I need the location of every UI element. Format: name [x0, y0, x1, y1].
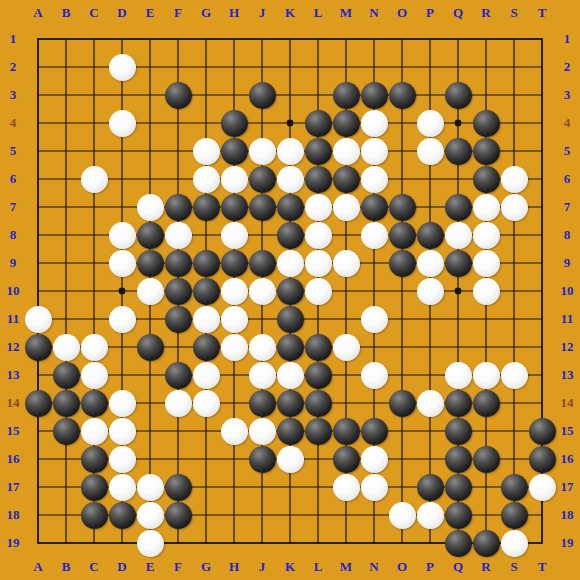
- intersection-L9[interactable]: [304, 249, 332, 277]
- intersection-B6[interactable]: [52, 165, 80, 193]
- intersection-C6[interactable]: [80, 165, 108, 193]
- intersection-N17[interactable]: [360, 473, 388, 501]
- intersection-T4[interactable]: [528, 109, 556, 137]
- intersection-Q2[interactable]: [444, 53, 472, 81]
- intersection-F1[interactable]: [164, 25, 192, 53]
- intersection-G12[interactable]: [192, 333, 220, 361]
- intersection-Q1[interactable]: [444, 25, 472, 53]
- intersection-B3[interactable]: [52, 81, 80, 109]
- intersection-R17[interactable]: [472, 473, 500, 501]
- intersection-H14[interactable]: [220, 389, 248, 417]
- intersection-Q11[interactable]: [444, 305, 472, 333]
- intersection-E12[interactable]: [136, 333, 164, 361]
- intersection-N19[interactable]: [360, 529, 388, 557]
- intersection-A13[interactable]: [24, 361, 52, 389]
- intersection-F13[interactable]: [164, 361, 192, 389]
- intersection-P11[interactable]: [416, 305, 444, 333]
- intersection-D11[interactable]: [108, 305, 136, 333]
- intersection-L19[interactable]: [304, 529, 332, 557]
- intersection-C14[interactable]: [80, 389, 108, 417]
- intersection-H1[interactable]: [220, 25, 248, 53]
- intersection-F10[interactable]: [164, 277, 192, 305]
- intersection-S16[interactable]: [500, 445, 528, 473]
- intersection-K12[interactable]: [276, 333, 304, 361]
- intersection-T13[interactable]: [528, 361, 556, 389]
- intersection-O16[interactable]: [388, 445, 416, 473]
- intersection-E16[interactable]: [136, 445, 164, 473]
- intersection-P5[interactable]: [416, 137, 444, 165]
- intersection-F6[interactable]: [164, 165, 192, 193]
- intersection-S15[interactable]: [500, 417, 528, 445]
- intersection-P12[interactable]: [416, 333, 444, 361]
- intersection-C1[interactable]: [80, 25, 108, 53]
- intersection-A15[interactable]: [24, 417, 52, 445]
- intersection-A4[interactable]: [24, 109, 52, 137]
- intersection-J9[interactable]: [248, 249, 276, 277]
- intersection-T6[interactable]: [528, 165, 556, 193]
- intersection-O18[interactable]: [388, 501, 416, 529]
- intersection-R5[interactable]: [472, 137, 500, 165]
- intersection-H8[interactable]: [220, 221, 248, 249]
- intersection-P1[interactable]: [416, 25, 444, 53]
- intersection-F2[interactable]: [164, 53, 192, 81]
- intersection-J17[interactable]: [248, 473, 276, 501]
- intersection-A5[interactable]: [24, 137, 52, 165]
- intersection-R6[interactable]: [472, 165, 500, 193]
- intersection-B9[interactable]: [52, 249, 80, 277]
- intersection-D16[interactable]: [108, 445, 136, 473]
- intersection-E5[interactable]: [136, 137, 164, 165]
- intersection-T19[interactable]: [528, 529, 556, 557]
- intersection-J1[interactable]: [248, 25, 276, 53]
- intersection-D15[interactable]: [108, 417, 136, 445]
- intersection-S6[interactable]: [500, 165, 528, 193]
- intersection-H11[interactable]: [220, 305, 248, 333]
- intersection-K15[interactable]: [276, 417, 304, 445]
- intersection-G16[interactable]: [192, 445, 220, 473]
- intersection-O15[interactable]: [388, 417, 416, 445]
- intersection-B16[interactable]: [52, 445, 80, 473]
- intersection-P18[interactable]: [416, 501, 444, 529]
- intersection-J11[interactable]: [248, 305, 276, 333]
- intersection-L18[interactable]: [304, 501, 332, 529]
- intersection-O8[interactable]: [388, 221, 416, 249]
- intersection-D1[interactable]: [108, 25, 136, 53]
- intersection-S9[interactable]: [500, 249, 528, 277]
- intersection-P2[interactable]: [416, 53, 444, 81]
- intersection-S4[interactable]: [500, 109, 528, 137]
- intersection-E9[interactable]: [136, 249, 164, 277]
- intersection-L6[interactable]: [304, 165, 332, 193]
- intersection-K11[interactable]: [276, 305, 304, 333]
- intersection-N13[interactable]: [360, 361, 388, 389]
- intersection-M12[interactable]: [332, 333, 360, 361]
- intersection-K5[interactable]: [276, 137, 304, 165]
- intersection-K19[interactable]: [276, 529, 304, 557]
- intersection-F5[interactable]: [164, 137, 192, 165]
- intersection-C11[interactable]: [80, 305, 108, 333]
- intersection-L8[interactable]: [304, 221, 332, 249]
- intersection-R16[interactable]: [472, 445, 500, 473]
- intersection-C19[interactable]: [80, 529, 108, 557]
- intersection-H4[interactable]: [220, 109, 248, 137]
- intersection-G14[interactable]: [192, 389, 220, 417]
- intersection-T9[interactable]: [528, 249, 556, 277]
- intersection-L4[interactable]: [304, 109, 332, 137]
- intersection-N1[interactable]: [360, 25, 388, 53]
- intersection-B2[interactable]: [52, 53, 80, 81]
- intersection-T12[interactable]: [528, 333, 556, 361]
- intersection-H15[interactable]: [220, 417, 248, 445]
- intersection-E19[interactable]: [136, 529, 164, 557]
- intersection-C13[interactable]: [80, 361, 108, 389]
- intersection-S1[interactable]: [500, 25, 528, 53]
- intersection-G10[interactable]: [192, 277, 220, 305]
- intersection-N6[interactable]: [360, 165, 388, 193]
- intersection-T11[interactable]: [528, 305, 556, 333]
- intersection-A11[interactable]: [24, 305, 52, 333]
- intersection-H6[interactable]: [220, 165, 248, 193]
- intersection-D6[interactable]: [108, 165, 136, 193]
- intersection-N18[interactable]: [360, 501, 388, 529]
- intersection-E2[interactable]: [136, 53, 164, 81]
- intersection-H12[interactable]: [220, 333, 248, 361]
- intersection-G3[interactable]: [192, 81, 220, 109]
- intersection-F15[interactable]: [164, 417, 192, 445]
- intersection-S10[interactable]: [500, 277, 528, 305]
- intersection-N9[interactable]: [360, 249, 388, 277]
- intersection-E10[interactable]: [136, 277, 164, 305]
- intersection-A10[interactable]: [24, 277, 52, 305]
- intersection-T7[interactable]: [528, 193, 556, 221]
- intersection-O17[interactable]: [388, 473, 416, 501]
- intersection-D9[interactable]: [108, 249, 136, 277]
- intersection-P4[interactable]: [416, 109, 444, 137]
- intersection-L14[interactable]: [304, 389, 332, 417]
- intersection-A19[interactable]: [24, 529, 52, 557]
- intersection-Q14[interactable]: [444, 389, 472, 417]
- intersection-R10[interactable]: [472, 277, 500, 305]
- intersection-F11[interactable]: [164, 305, 192, 333]
- intersection-P14[interactable]: [416, 389, 444, 417]
- intersection-D17[interactable]: [108, 473, 136, 501]
- intersection-L15[interactable]: [304, 417, 332, 445]
- intersection-C4[interactable]: [80, 109, 108, 137]
- intersection-H2[interactable]: [220, 53, 248, 81]
- intersection-A9[interactable]: [24, 249, 52, 277]
- intersection-F16[interactable]: [164, 445, 192, 473]
- intersection-N3[interactable]: [360, 81, 388, 109]
- intersection-E18[interactable]: [136, 501, 164, 529]
- intersection-G6[interactable]: [192, 165, 220, 193]
- intersection-R18[interactable]: [472, 501, 500, 529]
- intersection-M7[interactable]: [332, 193, 360, 221]
- intersection-A3[interactable]: [24, 81, 52, 109]
- intersection-D13[interactable]: [108, 361, 136, 389]
- intersection-O6[interactable]: [388, 165, 416, 193]
- intersection-L7[interactable]: [304, 193, 332, 221]
- intersection-F17[interactable]: [164, 473, 192, 501]
- intersection-R15[interactable]: [472, 417, 500, 445]
- intersection-S18[interactable]: [500, 501, 528, 529]
- intersection-A1[interactable]: [24, 25, 52, 53]
- intersection-C3[interactable]: [80, 81, 108, 109]
- intersection-D12[interactable]: [108, 333, 136, 361]
- intersection-Q7[interactable]: [444, 193, 472, 221]
- intersection-E15[interactable]: [136, 417, 164, 445]
- intersection-S7[interactable]: [500, 193, 528, 221]
- intersection-K3[interactable]: [276, 81, 304, 109]
- intersection-P19[interactable]: [416, 529, 444, 557]
- intersection-G2[interactable]: [192, 53, 220, 81]
- intersection-E7[interactable]: [136, 193, 164, 221]
- intersection-M1[interactable]: [332, 25, 360, 53]
- intersection-O3[interactable]: [388, 81, 416, 109]
- intersection-O4[interactable]: [388, 109, 416, 137]
- intersection-R4[interactable]: [472, 109, 500, 137]
- intersection-S2[interactable]: [500, 53, 528, 81]
- intersection-O11[interactable]: [388, 305, 416, 333]
- intersection-L13[interactable]: [304, 361, 332, 389]
- intersection-B5[interactable]: [52, 137, 80, 165]
- intersection-K10[interactable]: [276, 277, 304, 305]
- intersection-E1[interactable]: [136, 25, 164, 53]
- intersection-J19[interactable]: [248, 529, 276, 557]
- intersection-Q5[interactable]: [444, 137, 472, 165]
- intersection-M9[interactable]: [332, 249, 360, 277]
- intersection-G15[interactable]: [192, 417, 220, 445]
- intersection-E4[interactable]: [136, 109, 164, 137]
- intersection-M19[interactable]: [332, 529, 360, 557]
- intersection-A18[interactable]: [24, 501, 52, 529]
- intersection-F4[interactable]: [164, 109, 192, 137]
- intersection-L16[interactable]: [304, 445, 332, 473]
- intersection-T14[interactable]: [528, 389, 556, 417]
- intersection-B11[interactable]: [52, 305, 80, 333]
- intersection-T17[interactable]: [528, 473, 556, 501]
- intersection-H3[interactable]: [220, 81, 248, 109]
- intersection-L1[interactable]: [304, 25, 332, 53]
- intersection-A2[interactable]: [24, 53, 52, 81]
- intersection-J10[interactable]: [248, 277, 276, 305]
- intersection-M8[interactable]: [332, 221, 360, 249]
- intersection-G7[interactable]: [192, 193, 220, 221]
- intersection-H17[interactable]: [220, 473, 248, 501]
- intersection-K13[interactable]: [276, 361, 304, 389]
- intersection-N5[interactable]: [360, 137, 388, 165]
- intersection-M16[interactable]: [332, 445, 360, 473]
- intersection-E6[interactable]: [136, 165, 164, 193]
- intersection-F12[interactable]: [164, 333, 192, 361]
- intersection-D14[interactable]: [108, 389, 136, 417]
- intersection-S19[interactable]: [500, 529, 528, 557]
- intersection-M14[interactable]: [332, 389, 360, 417]
- intersection-D4[interactable]: [108, 109, 136, 137]
- intersection-D8[interactable]: [108, 221, 136, 249]
- intersection-H7[interactable]: [220, 193, 248, 221]
- intersection-D3[interactable]: [108, 81, 136, 109]
- intersection-N16[interactable]: [360, 445, 388, 473]
- intersection-R11[interactable]: [472, 305, 500, 333]
- intersection-N12[interactable]: [360, 333, 388, 361]
- intersection-A17[interactable]: [24, 473, 52, 501]
- intersection-K1[interactable]: [276, 25, 304, 53]
- intersection-B12[interactable]: [52, 333, 80, 361]
- intersection-R8[interactable]: [472, 221, 500, 249]
- intersection-G5[interactable]: [192, 137, 220, 165]
- intersection-B7[interactable]: [52, 193, 80, 221]
- intersection-N10[interactable]: [360, 277, 388, 305]
- intersection-T1[interactable]: [528, 25, 556, 53]
- intersection-O10[interactable]: [388, 277, 416, 305]
- intersection-T16[interactable]: [528, 445, 556, 473]
- intersection-K8[interactable]: [276, 221, 304, 249]
- intersection-P10[interactable]: [416, 277, 444, 305]
- intersection-G9[interactable]: [192, 249, 220, 277]
- intersection-L12[interactable]: [304, 333, 332, 361]
- intersection-B18[interactable]: [52, 501, 80, 529]
- intersection-S8[interactable]: [500, 221, 528, 249]
- intersection-M3[interactable]: [332, 81, 360, 109]
- intersection-P8[interactable]: [416, 221, 444, 249]
- intersection-D10[interactable]: [108, 277, 136, 305]
- intersection-Q15[interactable]: [444, 417, 472, 445]
- intersection-O12[interactable]: [388, 333, 416, 361]
- intersection-J13[interactable]: [248, 361, 276, 389]
- intersection-S3[interactable]: [500, 81, 528, 109]
- intersection-B10[interactable]: [52, 277, 80, 305]
- intersection-C17[interactable]: [80, 473, 108, 501]
- intersection-Q16[interactable]: [444, 445, 472, 473]
- intersection-K4[interactable]: [276, 109, 304, 137]
- intersection-R3[interactable]: [472, 81, 500, 109]
- intersection-K17[interactable]: [276, 473, 304, 501]
- intersection-A14[interactable]: [24, 389, 52, 417]
- intersection-O14[interactable]: [388, 389, 416, 417]
- intersection-G17[interactable]: [192, 473, 220, 501]
- intersection-M6[interactable]: [332, 165, 360, 193]
- intersection-M15[interactable]: [332, 417, 360, 445]
- intersection-C7[interactable]: [80, 193, 108, 221]
- intersection-R7[interactable]: [472, 193, 500, 221]
- intersection-G19[interactable]: [192, 529, 220, 557]
- intersection-B17[interactable]: [52, 473, 80, 501]
- intersection-D5[interactable]: [108, 137, 136, 165]
- intersection-T8[interactable]: [528, 221, 556, 249]
- intersection-A16[interactable]: [24, 445, 52, 473]
- intersection-N8[interactable]: [360, 221, 388, 249]
- intersection-D2[interactable]: [108, 53, 136, 81]
- intersection-O2[interactable]: [388, 53, 416, 81]
- intersection-J14[interactable]: [248, 389, 276, 417]
- intersection-J4[interactable]: [248, 109, 276, 137]
- intersection-Q10[interactable]: [444, 277, 472, 305]
- intersection-Q17[interactable]: [444, 473, 472, 501]
- intersection-O7[interactable]: [388, 193, 416, 221]
- intersection-Q4[interactable]: [444, 109, 472, 137]
- intersection-F8[interactable]: [164, 221, 192, 249]
- intersection-R9[interactable]: [472, 249, 500, 277]
- intersection-H9[interactable]: [220, 249, 248, 277]
- intersection-G13[interactable]: [192, 361, 220, 389]
- intersection-R13[interactable]: [472, 361, 500, 389]
- intersection-N4[interactable]: [360, 109, 388, 137]
- intersection-S12[interactable]: [500, 333, 528, 361]
- intersection-O19[interactable]: [388, 529, 416, 557]
- intersection-C5[interactable]: [80, 137, 108, 165]
- intersection-G4[interactable]: [192, 109, 220, 137]
- intersection-K9[interactable]: [276, 249, 304, 277]
- intersection-F14[interactable]: [164, 389, 192, 417]
- intersection-F7[interactable]: [164, 193, 192, 221]
- intersection-Q6[interactable]: [444, 165, 472, 193]
- intersection-M17[interactable]: [332, 473, 360, 501]
- intersection-N15[interactable]: [360, 417, 388, 445]
- intersection-K6[interactable]: [276, 165, 304, 193]
- intersection-M5[interactable]: [332, 137, 360, 165]
- intersection-T15[interactable]: [528, 417, 556, 445]
- intersection-K18[interactable]: [276, 501, 304, 529]
- intersection-R1[interactable]: [472, 25, 500, 53]
- intersection-T10[interactable]: [528, 277, 556, 305]
- intersection-C16[interactable]: [80, 445, 108, 473]
- intersection-G1[interactable]: [192, 25, 220, 53]
- intersection-E14[interactable]: [136, 389, 164, 417]
- intersection-Q12[interactable]: [444, 333, 472, 361]
- intersection-F3[interactable]: [164, 81, 192, 109]
- intersection-S11[interactable]: [500, 305, 528, 333]
- intersection-E3[interactable]: [136, 81, 164, 109]
- intersection-J7[interactable]: [248, 193, 276, 221]
- intersection-M10[interactable]: [332, 277, 360, 305]
- intersection-C10[interactable]: [80, 277, 108, 305]
- intersection-R12[interactable]: [472, 333, 500, 361]
- intersection-E11[interactable]: [136, 305, 164, 333]
- intersection-P16[interactable]: [416, 445, 444, 473]
- intersection-S13[interactable]: [500, 361, 528, 389]
- intersection-P3[interactable]: [416, 81, 444, 109]
- intersection-R14[interactable]: [472, 389, 500, 417]
- intersection-H10[interactable]: [220, 277, 248, 305]
- intersection-H5[interactable]: [220, 137, 248, 165]
- intersection-F9[interactable]: [164, 249, 192, 277]
- intersection-H16[interactable]: [220, 445, 248, 473]
- intersection-L10[interactable]: [304, 277, 332, 305]
- intersection-T3[interactable]: [528, 81, 556, 109]
- intersection-M2[interactable]: [332, 53, 360, 81]
- intersection-G18[interactable]: [192, 501, 220, 529]
- intersection-K14[interactable]: [276, 389, 304, 417]
- intersection-F19[interactable]: [164, 529, 192, 557]
- intersection-A8[interactable]: [24, 221, 52, 249]
- intersection-B19[interactable]: [52, 529, 80, 557]
- intersection-C12[interactable]: [80, 333, 108, 361]
- intersection-J12[interactable]: [248, 333, 276, 361]
- intersection-O13[interactable]: [388, 361, 416, 389]
- intersection-D19[interactable]: [108, 529, 136, 557]
- intersection-B4[interactable]: [52, 109, 80, 137]
- intersection-N2[interactable]: [360, 53, 388, 81]
- intersection-B8[interactable]: [52, 221, 80, 249]
- intersection-J8[interactable]: [248, 221, 276, 249]
- intersection-F18[interactable]: [164, 501, 192, 529]
- intersection-Q19[interactable]: [444, 529, 472, 557]
- intersection-A12[interactable]: [24, 333, 52, 361]
- intersection-Q9[interactable]: [444, 249, 472, 277]
- intersection-M11[interactable]: [332, 305, 360, 333]
- intersection-S14[interactable]: [500, 389, 528, 417]
- intersection-J15[interactable]: [248, 417, 276, 445]
